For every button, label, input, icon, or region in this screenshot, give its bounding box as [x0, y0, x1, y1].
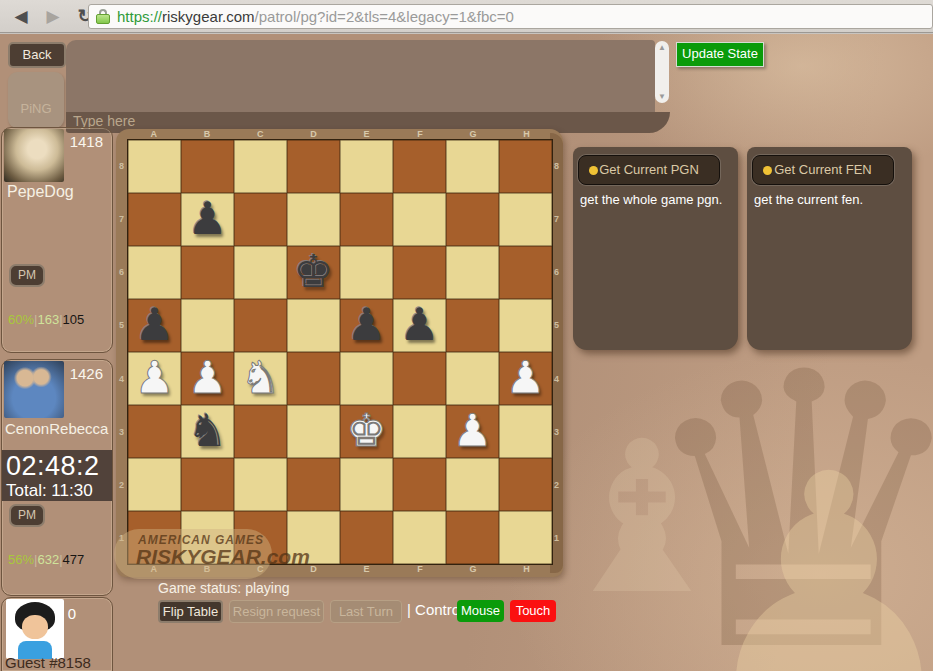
- guest-card: 0 Guest #8158: [1, 597, 113, 671]
- file-label: E: [340, 564, 393, 574]
- square-d3[interactable]: [287, 405, 340, 458]
- square-d8[interactable]: [287, 140, 340, 193]
- piece-white-knight[interactable]: ♞: [234, 352, 287, 405]
- update-state-button[interactable]: Update State: [676, 42, 764, 67]
- get-fen-button[interactable]: Get Current FEN: [752, 155, 894, 185]
- rank-label: 6: [116, 246, 127, 299]
- player-stats: 60%|163|105: [8, 312, 84, 327]
- chat-log[interactable]: [66, 40, 655, 112]
- square-a3[interactable]: [128, 405, 181, 458]
- square-f4[interactable]: [393, 352, 446, 405]
- square-g6[interactable]: [446, 246, 499, 299]
- board-grid: ♟♚♟♟♟♟♟♞♟♞♚♟: [127, 139, 553, 565]
- piece-black-pawn[interactable]: ♟: [393, 299, 446, 352]
- stat-percent: 60%: [8, 312, 34, 327]
- chess-board: ABCDEFGH 87654321 87654321 ♟♚♟♟♟♟♟♞♟♞♚♟ …: [116, 129, 563, 577]
- avatar[interactable]: [4, 361, 64, 418]
- rank-label: 3: [116, 405, 127, 458]
- ping-button[interactable]: PiNG: [8, 72, 64, 128]
- piece-black-pawn[interactable]: ♟: [340, 299, 393, 352]
- background-piece-blur: ♝: [548, 414, 736, 624]
- rank-label: 5: [116, 299, 127, 352]
- avatar[interactable]: [4, 129, 64, 182]
- piece-black-king[interactable]: ♚: [287, 246, 340, 299]
- flip-table-button[interactable]: Flip Table: [158, 600, 223, 623]
- square-h2[interactable]: [499, 458, 552, 511]
- square-c2[interactable]: [234, 458, 287, 511]
- fen-description: get the current fen.: [754, 192, 863, 207]
- square-c6[interactable]: [234, 246, 287, 299]
- square-h8[interactable]: [499, 140, 552, 193]
- square-h7[interactable]: [499, 193, 552, 246]
- square-e2[interactable]: [340, 458, 393, 511]
- square-h4[interactable]: ♟: [499, 352, 552, 405]
- square-h5[interactable]: [499, 299, 552, 352]
- square-g5[interactable]: [446, 299, 499, 352]
- bullet-icon: [763, 166, 772, 175]
- stat-wins: 163: [37, 312, 59, 327]
- file-label: D: [287, 129, 340, 139]
- resign-request-button[interactable]: Resign request: [229, 600, 324, 623]
- url-text: https://riskygear.com/patrol/pg?id=2&tls…: [117, 8, 514, 25]
- back-arrow-icon[interactable]: ◀: [10, 6, 32, 27]
- square-f2[interactable]: [393, 458, 446, 511]
- piece-white-pawn[interactable]: ♟: [181, 352, 234, 405]
- square-g1[interactable]: [446, 511, 499, 564]
- stat-percent: 56%: [8, 552, 34, 567]
- square-h3[interactable]: [499, 405, 552, 458]
- square-f6[interactable]: [393, 246, 446, 299]
- browser-toolbar: ◀ ▶ ↻ https://riskygear.com/patrol/pg?id…: [0, 0, 933, 33]
- square-a6[interactable]: [128, 246, 181, 299]
- square-g4[interactable]: [446, 352, 499, 405]
- pm-button[interactable]: PM: [9, 264, 45, 287]
- rank-label: 7: [116, 192, 127, 245]
- file-label: H: [500, 564, 553, 574]
- rank-label: 4: [116, 352, 127, 405]
- piece-white-pawn[interactable]: ♟: [446, 405, 499, 458]
- get-pgn-button[interactable]: Get Current PGN: [578, 155, 720, 185]
- address-bar[interactable]: https://riskygear.com/patrol/pg?id=2&tls…: [88, 4, 933, 29]
- scroll-up-icon[interactable]: ▲: [655, 43, 669, 52]
- bullet-icon: [589, 166, 598, 175]
- piece-black-pawn[interactable]: ♟: [181, 193, 234, 246]
- square-a5[interactable]: ♟: [128, 299, 181, 352]
- player-name: PepeDog: [7, 183, 74, 201]
- square-d7[interactable]: [287, 193, 340, 246]
- back-button[interactable]: Back: [8, 42, 66, 68]
- file-label: F: [393, 129, 446, 139]
- get-pgn-label: Get Current PGN: [599, 162, 699, 177]
- square-g7[interactable]: [446, 193, 499, 246]
- player-rating: 1418: [70, 133, 103, 150]
- square-b7[interactable]: ♟: [181, 193, 234, 246]
- square-e7[interactable]: [340, 193, 393, 246]
- background-pawn-photo: ♟: [690, 434, 933, 671]
- page: ◀ ▶ ↻ https://riskygear.com/patrol/pg?id…: [0, 0, 933, 671]
- square-f8[interactable]: [393, 140, 446, 193]
- last-turn-button[interactable]: Last Turn: [330, 600, 402, 623]
- piece-black-knight[interactable]: ♞: [181, 405, 234, 458]
- pgn-panel: Get Current PGN get the whole game pgn.: [573, 147, 738, 350]
- piece-black-pawn[interactable]: ♟: [128, 299, 181, 352]
- square-g2[interactable]: [446, 458, 499, 511]
- square-h1[interactable]: [499, 511, 552, 564]
- player-name: CenonRebecca: [5, 420, 108, 437]
- square-e3[interactable]: ♚: [340, 405, 393, 458]
- rank-labels-left: 87654321: [116, 139, 127, 565]
- stat-losses: 477: [63, 552, 85, 567]
- pgn-description: get the whole game pgn.: [580, 192, 722, 207]
- file-labels-top: ABCDEFGH: [127, 129, 553, 139]
- square-b2[interactable]: [181, 458, 234, 511]
- file-label: B: [180, 129, 233, 139]
- square-b8[interactable]: [181, 140, 234, 193]
- piece-white-pawn[interactable]: ♟: [499, 352, 552, 405]
- game-page: ♝ ♛ ♟ Back PiNG ▲ ▼ Type here Update Sta…: [0, 34, 933, 671]
- square-a8[interactable]: [128, 140, 181, 193]
- watermark-text-2: RISKYGEAR.com: [136, 545, 310, 569]
- file-label: C: [234, 129, 287, 139]
- square-b6[interactable]: [181, 246, 234, 299]
- forward-arrow-icon[interactable]: ▶: [42, 6, 64, 27]
- square-e4[interactable]: [340, 352, 393, 405]
- square-c7[interactable]: [234, 193, 287, 246]
- player-card-top: 1418 PepeDog PM 60%|163|105: [1, 127, 113, 353]
- stat-losses: 105: [63, 312, 85, 327]
- rank-label: 2: [116, 459, 127, 512]
- pm-button[interactable]: PM: [9, 504, 45, 527]
- square-e6[interactable]: [340, 246, 393, 299]
- clock-box: 02:48:2 Total: 11:30: [2, 450, 112, 501]
- touch-control-button[interactable]: Touch: [510, 600, 556, 622]
- player-stats: 56%|632|477: [8, 552, 84, 567]
- square-g3[interactable]: ♟: [446, 405, 499, 458]
- rank-label: 8: [116, 139, 127, 192]
- square-f3[interactable]: [393, 405, 446, 458]
- fen-panel: Get Current FEN get the current fen.: [747, 147, 912, 350]
- game-status: Game status: playing: [158, 580, 290, 596]
- clock-total: Total: 11:30: [6, 481, 93, 501]
- square-d4[interactable]: [287, 352, 340, 405]
- file-label: G: [447, 129, 500, 139]
- file-label: E: [340, 129, 393, 139]
- square-b3[interactable]: ♞: [181, 405, 234, 458]
- square-d5[interactable]: [287, 299, 340, 352]
- scroll-down-icon[interactable]: ▼: [655, 92, 669, 101]
- file-label: F: [393, 564, 446, 574]
- square-h6[interactable]: [499, 246, 552, 299]
- square-c4[interactable]: ♞: [234, 352, 287, 405]
- player-rating: 0: [68, 605, 76, 622]
- square-d2[interactable]: [287, 458, 340, 511]
- square-e1[interactable]: [340, 511, 393, 564]
- square-g8[interactable]: [446, 140, 499, 193]
- piece-white-king[interactable]: ♚: [340, 405, 393, 458]
- background-queen-photo: ♛: [633, 324, 933, 671]
- file-label: A: [127, 129, 180, 139]
- padlock-icon: [96, 9, 110, 24]
- square-d6[interactable]: ♚: [287, 246, 340, 299]
- square-f5[interactable]: ♟: [393, 299, 446, 352]
- square-f1[interactable]: [393, 511, 446, 564]
- stat-wins: 632: [37, 552, 59, 567]
- piece-white-pawn[interactable]: ♟: [128, 352, 181, 405]
- square-e5[interactable]: ♟: [340, 299, 393, 352]
- player-card-bottom: 1426 CenonRebecca 02:48:2 Total: 11:30 P…: [1, 359, 113, 596]
- square-b5[interactable]: [181, 299, 234, 352]
- player-name: Guest #8158: [5, 654, 91, 671]
- square-c5[interactable]: [234, 299, 287, 352]
- get-fen-label: Get Current FEN: [774, 162, 872, 177]
- square-c8[interactable]: [234, 140, 287, 193]
- clock-time: 02:48:2: [6, 451, 100, 482]
- square-f7[interactable]: [393, 193, 446, 246]
- square-c3[interactable]: [234, 405, 287, 458]
- avatar[interactable]: [6, 599, 64, 659]
- square-a2[interactable]: [128, 458, 181, 511]
- square-e8[interactable]: [340, 140, 393, 193]
- file-label: G: [447, 564, 500, 574]
- file-label: H: [500, 129, 553, 139]
- square-a4[interactable]: ♟: [128, 352, 181, 405]
- mouse-control-button[interactable]: Mouse: [457, 600, 504, 622]
- square-a7[interactable]: [128, 193, 181, 246]
- player-rating: 1426: [70, 365, 103, 382]
- square-b4[interactable]: ♟: [181, 352, 234, 405]
- chat-scrollbar[interactable]: ▲ ▼: [655, 41, 669, 103]
